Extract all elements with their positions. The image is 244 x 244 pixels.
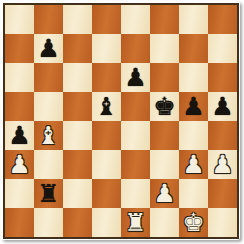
square-b3[interactable] [34,150,63,179]
square-e7[interactable] [121,34,150,63]
piece-white-pawn[interactable]: ♟ [153,179,175,208]
square-e1[interactable]: ♜ [121,208,150,237]
square-e8[interactable] [121,5,150,34]
square-d2[interactable] [92,179,121,208]
square-g5[interactable]: ♟ [179,92,208,121]
square-d8[interactable] [92,5,121,34]
square-e2[interactable] [121,179,150,208]
square-c5[interactable] [63,92,92,121]
square-h1[interactable] [208,208,237,237]
square-e3[interactable] [121,150,150,179]
piece-black-pawn[interactable]: ♟ [37,34,59,63]
photo-frame: ♟♟♝♚♟♟♟♝♟♟♟♜♟♜♚ [1,1,240,240]
square-b7[interactable]: ♟ [34,34,63,63]
piece-white-king[interactable]: ♚ [182,208,204,237]
square-a5[interactable] [5,92,34,121]
piece-white-pawn[interactable]: ♟ [8,150,30,179]
piece-black-pawn[interactable]: ♟ [124,63,146,92]
square-g7[interactable] [179,34,208,63]
square-e6[interactable]: ♟ [121,63,150,92]
square-a1[interactable] [5,208,34,237]
square-g3[interactable]: ♟ [179,150,208,179]
square-f5[interactable]: ♚ [150,92,179,121]
chess-board: ♟♟♝♚♟♟♟♝♟♟♟♜♟♜♚ [3,3,239,239]
square-a7[interactable] [5,34,34,63]
square-b6[interactable] [34,63,63,92]
square-h4[interactable] [208,121,237,150]
square-c8[interactable] [63,5,92,34]
square-b8[interactable] [34,5,63,34]
square-h3[interactable]: ♟ [208,150,237,179]
square-a2[interactable] [5,179,34,208]
square-g4[interactable] [179,121,208,150]
piece-black-pawn[interactable]: ♟ [211,92,233,121]
square-d5[interactable]: ♝ [92,92,121,121]
piece-white-bishop[interactable]: ♝ [37,121,59,150]
square-b2[interactable]: ♜ [34,179,63,208]
square-e4[interactable] [121,121,150,150]
square-h2[interactable] [208,179,237,208]
square-c3[interactable] [63,150,92,179]
square-g1[interactable]: ♚ [179,208,208,237]
square-f3[interactable] [150,150,179,179]
square-b5[interactable] [34,92,63,121]
square-f2[interactable]: ♟ [150,179,179,208]
piece-black-bishop[interactable]: ♝ [95,92,117,121]
square-h6[interactable] [208,63,237,92]
square-c2[interactable] [63,179,92,208]
square-a6[interactable] [5,63,34,92]
piece-white-rook[interactable]: ♜ [124,208,146,237]
square-h5[interactable]: ♟ [208,92,237,121]
square-d1[interactable] [92,208,121,237]
square-c6[interactable] [63,63,92,92]
piece-black-pawn[interactable]: ♟ [8,121,30,150]
square-c4[interactable] [63,121,92,150]
square-g8[interactable] [179,5,208,34]
square-f4[interactable] [150,121,179,150]
square-d4[interactable] [92,121,121,150]
square-f1[interactable] [150,208,179,237]
square-b4[interactable]: ♝ [34,121,63,150]
square-d7[interactable] [92,34,121,63]
piece-black-king[interactable]: ♚ [153,92,175,121]
square-b1[interactable] [34,208,63,237]
piece-black-rook[interactable]: ♜ [37,179,59,208]
square-f7[interactable] [150,34,179,63]
square-h7[interactable] [208,34,237,63]
square-a4[interactable]: ♟ [5,121,34,150]
piece-black-pawn[interactable]: ♟ [182,92,204,121]
square-a3[interactable]: ♟ [5,150,34,179]
square-g6[interactable] [179,63,208,92]
square-f6[interactable] [150,63,179,92]
square-d3[interactable] [92,150,121,179]
piece-white-pawn[interactable]: ♟ [182,150,204,179]
square-g2[interactable] [179,179,208,208]
square-c7[interactable] [63,34,92,63]
square-h8[interactable] [208,5,237,34]
square-c1[interactable] [63,208,92,237]
square-d6[interactable] [92,63,121,92]
square-e5[interactable] [121,92,150,121]
square-a8[interactable] [5,5,34,34]
square-f8[interactable] [150,5,179,34]
piece-white-pawn[interactable]: ♟ [211,150,233,179]
